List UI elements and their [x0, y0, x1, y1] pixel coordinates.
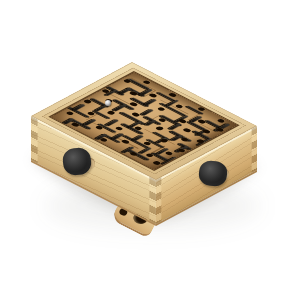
finger-joints	[156, 177, 161, 224]
maze-hole	[114, 126, 124, 131]
maze-wall	[106, 119, 119, 126]
maze-wall	[144, 99, 157, 106]
maze-hole	[148, 93, 158, 98]
maze-hole	[99, 137, 109, 142]
maze-hole	[164, 151, 174, 156]
finger-joints	[149, 177, 156, 224]
maze-hole	[157, 107, 167, 112]
maze-wall	[132, 135, 144, 141]
finger-joints	[252, 126, 257, 173]
maze-hole	[197, 119, 207, 124]
maze-hole	[155, 126, 165, 131]
maze-wall	[141, 109, 154, 116]
maze-hole	[182, 128, 192, 133]
maze-wall	[168, 123, 181, 130]
maze-wall	[113, 104, 127, 112]
maze-hole	[217, 119, 227, 124]
maze-hole	[152, 161, 162, 166]
maze-hole	[65, 111, 75, 116]
maze-wall	[73, 104, 86, 111]
maze-hole	[106, 110, 116, 115]
steel-ball[interactable]	[105, 100, 111, 106]
product-photo-stage	[0, 0, 300, 300]
finger-joints	[31, 116, 38, 163]
